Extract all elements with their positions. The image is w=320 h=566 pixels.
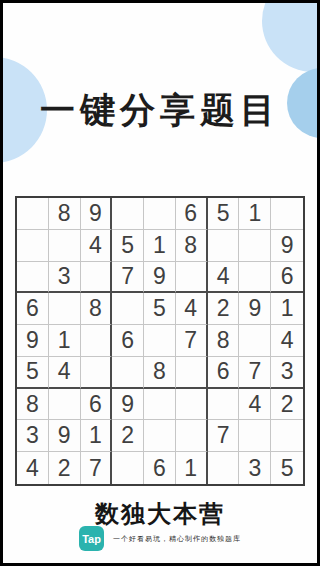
sudoku-cell-r5c8 bbox=[239, 325, 271, 357]
sudoku-cell-r4c6: 4 bbox=[176, 293, 208, 325]
sudoku-cell-r5c3 bbox=[81, 325, 113, 357]
sudoku-cell-r5c2: 1 bbox=[49, 325, 81, 357]
sudoku-cell-r7c1: 8 bbox=[17, 389, 49, 421]
sudoku-cell-r4c1: 6 bbox=[17, 293, 49, 325]
sudoku-cell-r4c7: 2 bbox=[208, 293, 240, 325]
sudoku-cell-r9c3: 7 bbox=[81, 452, 113, 484]
sudoku-cell-r5c9: 4 bbox=[271, 325, 303, 357]
sudoku-cell-r3c8 bbox=[239, 262, 271, 294]
sudoku-cell-r1c2: 8 bbox=[49, 198, 81, 230]
sudoku-cell-r3c4: 7 bbox=[112, 262, 144, 294]
decor-circle-top-right bbox=[262, 0, 320, 72]
sudoku-cell-r3c1 bbox=[17, 262, 49, 294]
sudoku-cell-r4c4 bbox=[112, 293, 144, 325]
sudoku-cell-r7c3: 6 bbox=[81, 389, 113, 421]
sudoku-cell-r1c8: 1 bbox=[239, 198, 271, 230]
sudoku-cell-r9c1: 4 bbox=[17, 452, 49, 484]
sudoku-cell-r4c8: 9 bbox=[239, 293, 271, 325]
sudoku-cell-r9c8: 3 bbox=[239, 452, 271, 484]
sudoku-cell-r1c1 bbox=[17, 198, 49, 230]
sudoku-cell-r2c3: 4 bbox=[81, 230, 113, 262]
sudoku-cell-r6c6 bbox=[176, 357, 208, 389]
sudoku-cell-r8c6 bbox=[176, 420, 208, 452]
sudoku-cell-r9c2: 2 bbox=[49, 452, 81, 484]
sudoku-cell-r8c4: 2 bbox=[112, 420, 144, 452]
sudoku-cell-r8c8 bbox=[239, 420, 271, 452]
sudoku-cell-r6c9: 3 bbox=[271, 357, 303, 389]
sudoku-cell-r1c3: 9 bbox=[81, 198, 113, 230]
sudoku-board: 8965145189379466854291916784548673869423… bbox=[15, 196, 305, 486]
sudoku-cell-r5c4: 6 bbox=[112, 325, 144, 357]
sudoku-cell-r3c3 bbox=[81, 262, 113, 294]
sudoku-cell-r2c2 bbox=[49, 230, 81, 262]
sudoku-cell-r1c6: 6 bbox=[176, 198, 208, 230]
sudoku-cell-r7c7 bbox=[208, 389, 240, 421]
sudoku-cell-r9c9: 5 bbox=[271, 452, 303, 484]
sudoku-cell-r8c9 bbox=[271, 420, 303, 452]
sudoku-cell-r3c9: 6 bbox=[271, 262, 303, 294]
sudoku-share-card: 一键分享题目 896514518937946685429191678454867… bbox=[0, 0, 320, 566]
sudoku-cell-r1c9 bbox=[271, 198, 303, 230]
sudoku-cell-r8c3: 1 bbox=[81, 420, 113, 452]
sudoku-cell-r4c2 bbox=[49, 293, 81, 325]
sudoku-cell-r2c5: 1 bbox=[144, 230, 176, 262]
sudoku-cell-r1c5 bbox=[144, 198, 176, 230]
sudoku-cell-r7c4: 9 bbox=[112, 389, 144, 421]
sudoku-cell-r6c7: 6 bbox=[208, 357, 240, 389]
sudoku-cell-r8c2: 9 bbox=[49, 420, 81, 452]
sudoku-cell-r7c8: 4 bbox=[239, 389, 271, 421]
sudoku-cell-r2c9: 9 bbox=[271, 230, 303, 262]
sudoku-cell-r7c9: 2 bbox=[271, 389, 303, 421]
page-title: 一键分享题目 bbox=[3, 87, 317, 134]
footer-logo-row: Tap 一个好看易玩，精心制作的数独题库 bbox=[3, 526, 317, 551]
sudoku-cell-r6c5: 8 bbox=[144, 357, 176, 389]
sudoku-cell-r1c4 bbox=[112, 198, 144, 230]
sudoku-cell-r3c2: 3 bbox=[49, 262, 81, 294]
sudoku-cell-r5c6: 7 bbox=[176, 325, 208, 357]
sudoku-cell-r5c7: 8 bbox=[208, 325, 240, 357]
sudoku-cell-r7c2 bbox=[49, 389, 81, 421]
sudoku-cell-r9c6: 1 bbox=[176, 452, 208, 484]
sudoku-cell-r9c7 bbox=[208, 452, 240, 484]
sudoku-cell-r4c5: 5 bbox=[144, 293, 176, 325]
sudoku-cell-r8c7: 7 bbox=[208, 420, 240, 452]
sudoku-cell-r8c1: 3 bbox=[17, 420, 49, 452]
sudoku-cell-r6c4 bbox=[112, 357, 144, 389]
sudoku-cell-r6c3 bbox=[81, 357, 113, 389]
sudoku-cell-r2c7 bbox=[208, 230, 240, 262]
sudoku-cell-r4c3: 8 bbox=[81, 293, 113, 325]
sudoku-cell-r3c5: 9 bbox=[144, 262, 176, 294]
sudoku-cell-r6c2: 4 bbox=[49, 357, 81, 389]
taptap-logo-icon: Tap bbox=[79, 526, 104, 551]
sudoku-cell-r2c4: 5 bbox=[112, 230, 144, 262]
sudoku-cell-r5c1: 9 bbox=[17, 325, 49, 357]
sudoku-cell-r7c6 bbox=[176, 389, 208, 421]
sudoku-cell-r2c6: 8 bbox=[176, 230, 208, 262]
app-tagline: 一个好看易玩，精心制作的数独题库 bbox=[113, 534, 241, 544]
sudoku-cell-r3c7: 4 bbox=[208, 262, 240, 294]
sudoku-cell-r2c1 bbox=[17, 230, 49, 262]
sudoku-cell-r8c5 bbox=[144, 420, 176, 452]
sudoku-cell-r3c6 bbox=[176, 262, 208, 294]
sudoku-cell-r5c5 bbox=[144, 325, 176, 357]
sudoku-cell-r6c8: 7 bbox=[239, 357, 271, 389]
sudoku-cell-r4c9: 1 bbox=[271, 293, 303, 325]
sudoku-cell-r1c7: 5 bbox=[208, 198, 240, 230]
sudoku-cell-r9c4 bbox=[112, 452, 144, 484]
sudoku-cell-r9c5: 6 bbox=[144, 452, 176, 484]
sudoku-cell-r2c8 bbox=[239, 230, 271, 262]
sudoku-cell-r6c1: 5 bbox=[17, 357, 49, 389]
sudoku-cell-r7c5 bbox=[144, 389, 176, 421]
